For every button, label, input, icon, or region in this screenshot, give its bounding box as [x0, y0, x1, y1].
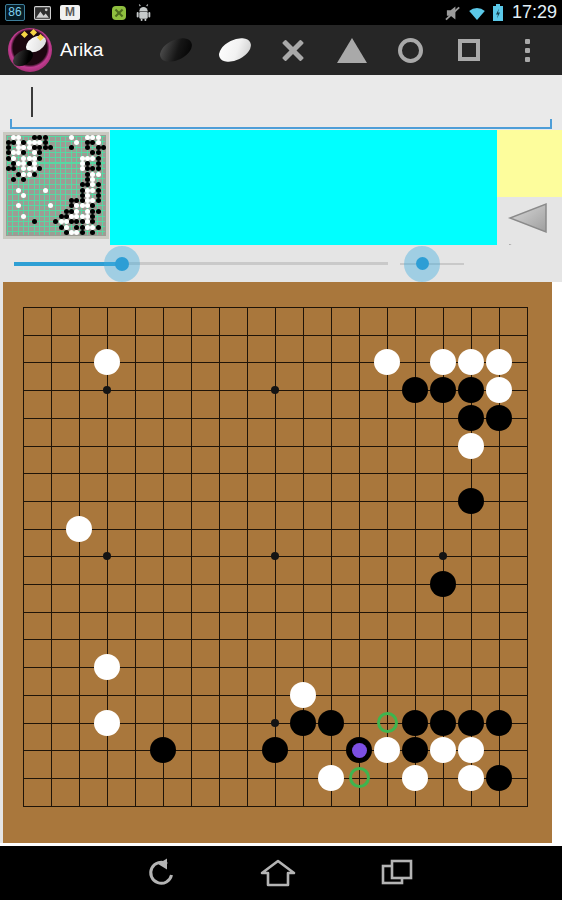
thumb-white-stone — [27, 172, 32, 177]
previous-move-button[interactable] — [504, 201, 550, 235]
thumb-black-stone — [6, 156, 11, 161]
thumb-black-stone — [11, 140, 16, 145]
circle-icon — [398, 38, 423, 63]
grid-line-horizontal — [23, 612, 528, 613]
white-stone — [458, 433, 484, 459]
black-stone-icon — [157, 34, 196, 67]
square-icon — [458, 39, 480, 61]
thumb-black-stone — [96, 182, 101, 187]
text-cursor — [31, 87, 33, 117]
grid-line-horizontal — [23, 639, 528, 640]
white-stone — [430, 737, 456, 763]
yellow-panel — [497, 130, 562, 197]
hoshi-dot — [271, 552, 279, 560]
thumb-white-stone — [85, 193, 90, 198]
thumb-white-stone — [32, 156, 37, 161]
black-stone — [458, 488, 484, 514]
thumb-white-stone — [80, 161, 85, 166]
thumb-black-stone — [21, 177, 26, 182]
gmail-icon: M — [60, 5, 80, 20]
android-nav-bar — [0, 846, 562, 900]
cyan-panel — [110, 130, 497, 245]
thumb-white-stone — [74, 140, 79, 145]
white-stone — [486, 377, 512, 403]
thumb-black-stone — [48, 145, 53, 150]
thumb-white-stone — [69, 214, 74, 219]
thumb-white-stone — [90, 198, 95, 203]
android-robot-icon — [135, 4, 152, 21]
thumb-black-stone — [64, 214, 69, 219]
triangle-icon — [337, 38, 367, 63]
thumb-white-stone — [32, 150, 37, 155]
thumb-black-stone — [37, 166, 42, 171]
thumb-white-stone — [90, 156, 95, 161]
black-stone — [402, 710, 428, 736]
white-stone — [66, 516, 92, 542]
thumb-black-stone — [37, 150, 42, 155]
white-stone — [374, 737, 400, 763]
thumb-white-stone — [11, 150, 16, 155]
grid-line-vertical — [359, 307, 360, 807]
thumb-white-stone — [85, 203, 90, 208]
thumb-black-stone — [96, 145, 101, 150]
thumbnail-grid — [7, 136, 105, 235]
wifi-icon — [467, 5, 487, 21]
black-stone — [458, 405, 484, 431]
thumb-black-stone — [69, 145, 74, 150]
thumb-white-stone — [32, 161, 37, 166]
white-stone — [94, 710, 120, 736]
thumb-black-stone — [16, 172, 21, 177]
thumb-black-stone — [74, 198, 79, 203]
thumb-white-stone — [85, 156, 90, 161]
thumb-black-stone — [6, 140, 11, 145]
white-stone — [458, 349, 484, 375]
black-stone — [486, 765, 512, 791]
black-stone — [486, 405, 512, 431]
thumb-black-stone — [21, 140, 26, 145]
toolbar-items — [147, 25, 557, 75]
thumb-white-stone — [27, 156, 32, 161]
thumb-black-stone — [32, 219, 37, 224]
thumb-black-stone — [96, 150, 101, 155]
thumb-black-stone — [69, 209, 74, 214]
hoshi-dot — [103, 552, 111, 560]
thumb-black-stone — [90, 166, 95, 171]
last-move-marker — [352, 743, 367, 758]
board-right-margin — [552, 282, 562, 843]
thumb-white-stone — [85, 135, 90, 140]
black-stone — [318, 710, 344, 736]
thumb-black-stone — [32, 135, 37, 140]
mute-icon — [445, 5, 462, 21]
thumb-black-stone — [59, 214, 64, 219]
move-slider-thumb-dot — [115, 257, 129, 271]
thumb-black-stone — [11, 161, 16, 166]
hoshi-dot — [439, 552, 447, 560]
thumb-white-stone — [85, 219, 90, 224]
thumb-white-stone — [27, 140, 32, 145]
cross-marker-button[interactable] — [264, 25, 323, 75]
thumb-black-stone — [90, 214, 95, 219]
thumb-white-stone — [74, 209, 79, 214]
thumb-white-stone — [32, 166, 37, 171]
go-board[interactable] — [3, 282, 552, 843]
thumb-white-stone — [21, 145, 26, 150]
thumb-white-stone — [90, 182, 95, 187]
slider-row — [0, 245, 562, 282]
back-icon[interactable] — [140, 857, 180, 889]
thumb-white-stone — [21, 161, 26, 166]
android-status-bar: 86 M — [0, 0, 562, 25]
thumb-white-stone — [64, 219, 69, 224]
thumb-black-stone — [85, 177, 90, 182]
green-circle-marker — [349, 767, 370, 788]
gallery-icon — [34, 6, 51, 20]
thumb-white-stone — [16, 145, 21, 150]
thumb-black-stone — [90, 140, 95, 145]
thumb-white-stone — [16, 188, 21, 193]
thumb-black-stone — [80, 182, 85, 187]
hoshi-dot — [271, 719, 279, 727]
thumb-black-stone — [80, 230, 85, 235]
black-stone — [458, 710, 484, 736]
white-stone — [94, 654, 120, 680]
thumb-black-stone — [32, 145, 37, 150]
thumb-black-stone — [96, 198, 101, 203]
thumb-white-stone — [69, 230, 74, 235]
thumb-white-stone — [21, 193, 26, 198]
thumb-white-stone — [80, 203, 85, 208]
thumb-white-stone — [43, 188, 48, 193]
thumb-black-stone — [96, 161, 101, 166]
speed-slider-thumb-dot — [416, 257, 429, 270]
grid-line-horizontal — [23, 778, 528, 779]
thumb-white-stone — [69, 135, 74, 140]
thumb-black-stone — [85, 172, 90, 177]
thumb-white-stone — [85, 214, 90, 219]
thumb-white-stone — [90, 172, 95, 177]
green-circle-marker — [377, 712, 398, 733]
logo-star-icon — [21, 31, 28, 38]
triangle-marker-button[interactable] — [323, 25, 382, 75]
thumb-black-stone — [59, 225, 64, 230]
black-stone — [458, 377, 484, 403]
thumb-black-stone — [101, 145, 106, 150]
thumb-black-stone — [6, 166, 11, 171]
thumb-black-stone — [74, 219, 79, 224]
thumb-black-stone — [96, 166, 101, 171]
circle-marker-button[interactable] — [381, 25, 440, 75]
thumb-white-stone — [80, 214, 85, 219]
cross-icon — [280, 37, 306, 63]
thumb-white-stone — [37, 140, 42, 145]
thumb-white-stone — [64, 225, 69, 230]
thumb-white-stone — [21, 214, 26, 219]
thumb-black-stone — [85, 182, 90, 187]
black-stone — [430, 377, 456, 403]
thumb-black-stone — [11, 166, 16, 171]
thumb-white-stone — [90, 177, 95, 182]
thumb-white-stone — [16, 135, 21, 140]
thumb-black-stone — [85, 140, 90, 145]
square-marker-button[interactable] — [440, 25, 499, 75]
overflow-menu-button[interactable] — [498, 25, 557, 75]
white-stone — [374, 349, 400, 375]
thumb-black-stone — [27, 161, 32, 166]
thumb-black-stone — [85, 145, 90, 150]
thumb-white-stone — [96, 172, 101, 177]
thumb-white-stone — [16, 150, 21, 155]
game-preview-thumbnail[interactable] — [3, 132, 109, 239]
black-stone — [430, 571, 456, 597]
thumb-white-stone — [16, 203, 21, 208]
black-stone — [402, 377, 428, 403]
white-stone — [94, 349, 120, 375]
thumb-white-stone — [16, 161, 21, 166]
black-stone — [150, 737, 176, 763]
black-stone-tool-button[interactable] — [147, 25, 206, 75]
thumb-white-stone — [48, 203, 53, 208]
thumb-black-stone — [85, 161, 90, 166]
white-stone — [402, 765, 428, 791]
white-stone — [458, 737, 484, 763]
thumb-white-stone — [11, 156, 16, 161]
grid-line-vertical — [527, 307, 528, 807]
thumb-black-stone — [96, 193, 101, 198]
overflow-menu-icon — [525, 39, 530, 62]
status-bar-left-icons: 86 M — [5, 4, 152, 21]
thumb-black-stone — [80, 193, 85, 198]
black-stone — [402, 737, 428, 763]
thumb-black-stone — [96, 225, 101, 230]
thumb-white-stone — [80, 166, 85, 171]
white-stone — [318, 765, 344, 791]
thumb-black-stone — [74, 225, 79, 230]
thumb-white-stone — [74, 203, 79, 208]
thumb-white-stone — [80, 156, 85, 161]
thumb-white-stone — [96, 135, 101, 140]
white-stone — [458, 765, 484, 791]
grid-line-horizontal — [23, 806, 528, 807]
thumb-black-stone — [96, 156, 101, 161]
thumb-black-stone — [80, 188, 85, 193]
recents-icon[interactable] — [378, 857, 418, 889]
thumb-black-stone — [37, 135, 42, 140]
app-title: Arika — [60, 25, 103, 75]
battery-percent-badge: 86 — [5, 4, 25, 21]
thumb-white-stone — [59, 219, 64, 224]
thumb-black-stone — [80, 219, 85, 224]
status-bar-clock: 17:29 — [512, 2, 557, 23]
thumb-black-stone — [43, 140, 48, 145]
grid-line-horizontal — [23, 695, 528, 696]
thumb-black-stone — [37, 156, 42, 161]
thumb-white-stone — [21, 156, 26, 161]
hoshi-dot — [271, 386, 279, 394]
white-stone — [290, 682, 316, 708]
thumb-black-stone — [69, 198, 74, 203]
black-stone — [486, 710, 512, 736]
thumb-black-stone — [90, 209, 95, 214]
thumb-black-stone — [90, 230, 95, 235]
thumb-white-stone — [85, 209, 90, 214]
thumb-black-stone — [90, 203, 95, 208]
thumb-white-stone — [85, 198, 90, 203]
thumb-black-stone — [64, 209, 69, 214]
thumb-black-stone — [43, 135, 48, 140]
thumb-black-stone — [96, 209, 101, 214]
thumb-white-stone — [27, 145, 32, 150]
arika-go-app-screen: 86 M — [0, 0, 562, 900]
thumb-white-stone — [21, 166, 26, 171]
bug-robot-icon — [112, 6, 126, 20]
comment-input[interactable] — [0, 75, 562, 130]
thumb-black-stone — [6, 145, 11, 150]
thumb-white-stone — [85, 225, 90, 230]
thumb-black-stone — [80, 198, 85, 203]
battery-icon — [492, 3, 504, 22]
thumb-white-stone — [32, 140, 37, 145]
thumb-black-stone — [90, 219, 95, 224]
action-bar: Arika — [0, 25, 562, 75]
thumb-white-stone — [74, 214, 79, 219]
black-stone — [262, 737, 288, 763]
thumb-white-stone — [21, 172, 26, 177]
black-stone — [430, 710, 456, 736]
white-stone-icon — [215, 34, 254, 67]
white-stone — [486, 349, 512, 375]
thumb-black-stone — [11, 177, 16, 182]
thumb-black-stone — [96, 188, 101, 193]
thumb-black-stone — [69, 219, 74, 224]
thumb-white-stone — [16, 140, 21, 145]
thumb-white-stone — [90, 135, 95, 140]
status-bar-right-icons: 17:29 — [445, 2, 557, 23]
thumb-white-stone — [90, 188, 95, 193]
input-underline — [10, 119, 552, 129]
hoshi-dot — [103, 386, 111, 394]
thumb-black-stone — [69, 203, 74, 208]
thumb-white-stone — [27, 166, 32, 171]
thumb-black-stone — [32, 172, 37, 177]
thumb-black-stone — [43, 145, 48, 150]
thumb-black-stone — [21, 150, 26, 155]
thumb-black-stone — [6, 150, 11, 155]
thumb-white-stone — [85, 188, 90, 193]
thumb-white-stone — [90, 225, 95, 230]
thumb-white-stone — [96, 140, 101, 145]
thumb-black-stone — [37, 145, 42, 150]
thumb-black-stone — [85, 166, 90, 171]
thumb-white-stone — [11, 135, 16, 140]
preview-row — [0, 130, 562, 245]
white-stone-tool-button[interactable] — [206, 25, 265, 75]
thumb-black-stone — [53, 219, 58, 224]
home-icon[interactable] — [258, 857, 298, 889]
thumb-black-stone — [80, 225, 85, 230]
app-logo-icon — [8, 28, 52, 72]
thumb-white-stone — [74, 230, 79, 235]
white-stone — [430, 349, 456, 375]
thumb-black-stone — [90, 150, 95, 155]
black-stone — [290, 710, 316, 736]
thumb-black-stone — [64, 230, 69, 235]
